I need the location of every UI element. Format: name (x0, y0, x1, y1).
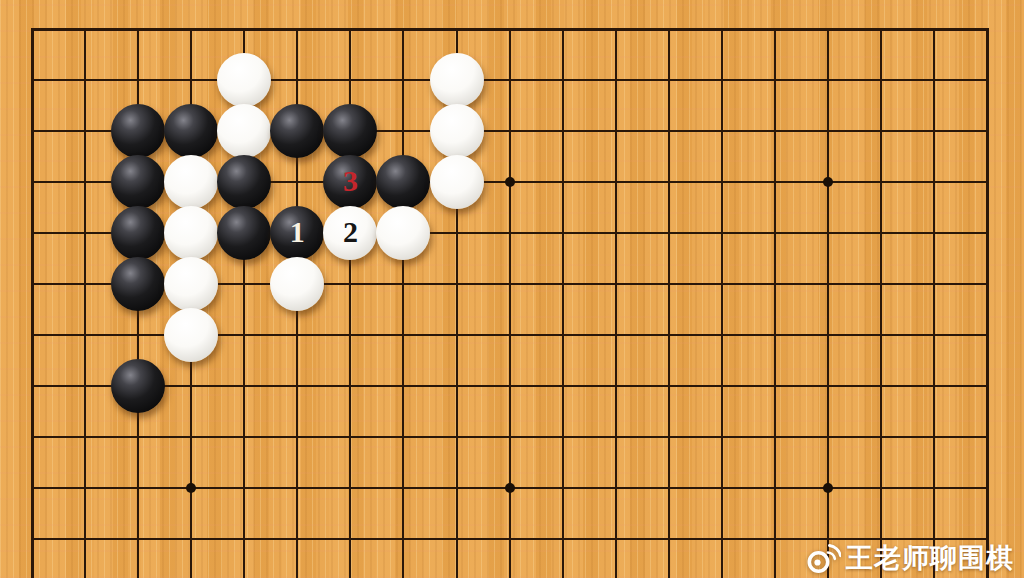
stone-white-J18 (430, 53, 484, 107)
weibo-icon (804, 542, 841, 574)
watermark-text: 王老师聊围棋 (846, 540, 1014, 576)
stone-black-H16 (376, 155, 430, 209)
grid-line-vertical (615, 28, 617, 578)
grid-line-vertical (668, 28, 670, 578)
move-number-label: 1 (270, 206, 324, 260)
stone-black-G17 (323, 104, 377, 158)
stone-black-E16 (217, 155, 271, 209)
stone-black-E15 (217, 206, 271, 260)
stone-black-C17 (111, 104, 165, 158)
star-point (823, 177, 833, 187)
stone-black-F15: 1 (270, 206, 324, 260)
stone-white-F14 (270, 257, 324, 311)
grid-line-horizontal (31, 436, 989, 438)
grid-line-horizontal (31, 79, 989, 81)
stone-black-C12 (111, 359, 165, 413)
stone-black-G16: 3 (323, 155, 377, 209)
grid-line-vertical (933, 28, 935, 578)
stone-black-C15 (111, 206, 165, 260)
move-number-label: 2 (323, 206, 377, 260)
grid-line-vertical (509, 28, 511, 578)
grid-line-vertical (84, 28, 86, 578)
stone-white-J16 (430, 155, 484, 209)
star-point (505, 177, 515, 187)
star-point (186, 483, 196, 493)
grid-line-vertical (402, 28, 404, 578)
grid-line-vertical (31, 28, 34, 578)
move-number-label: 3 (323, 155, 377, 209)
grid-line-vertical (562, 28, 564, 578)
stone-white-D15 (164, 206, 218, 260)
stone-black-F17 (270, 104, 324, 158)
watermark: 王老师聊围棋 (804, 540, 1014, 576)
star-point (823, 483, 833, 493)
stone-black-D17 (164, 104, 218, 158)
stone-white-D14 (164, 257, 218, 311)
grid-line-vertical (880, 28, 882, 578)
grid-line-vertical (721, 28, 723, 578)
stone-black-C16 (111, 155, 165, 209)
stone-white-J17 (430, 104, 484, 158)
grid-line-vertical (774, 28, 776, 578)
go-board: 312 王老师聊围棋 (0, 0, 1024, 578)
stone-white-D13 (164, 308, 218, 362)
grid-line-horizontal (31, 385, 989, 387)
stone-white-H15 (376, 206, 430, 260)
stone-black-C14 (111, 257, 165, 311)
star-point (505, 483, 515, 493)
stone-white-D16 (164, 155, 218, 209)
grid-line-vertical (827, 28, 829, 578)
stone-white-G15: 2 (323, 206, 377, 260)
grid-line-vertical (986, 28, 989, 578)
stone-white-E18 (217, 53, 271, 107)
grid-line-horizontal (31, 28, 989, 31)
stone-white-E17 (217, 104, 271, 158)
